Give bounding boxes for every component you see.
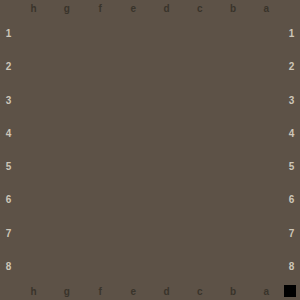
rank-label: 7: [0, 217, 17, 250]
chess-board-frame: h g f e d c b a 1 2 3 4 5 6 7 8 1 2 3 4 …: [0, 0, 300, 300]
file-label: b: [217, 283, 250, 300]
watermark-logo: [284, 285, 296, 297]
rank-labels-left: 1 2 3 4 5 6 7 8: [0, 17, 17, 283]
file-labels-bottom: h g f e d c b a: [17, 283, 283, 300]
file-label: d: [150, 283, 183, 300]
file-label: e: [117, 283, 150, 300]
file-label: b: [217, 0, 250, 17]
rank-label: 5: [0, 150, 17, 183]
file-label: c: [183, 283, 216, 300]
rank-label: 1: [0, 17, 17, 50]
file-label: g: [50, 0, 83, 17]
file-label: h: [17, 0, 50, 17]
rank-label: 6: [0, 183, 17, 216]
rank-label: 6: [283, 183, 300, 216]
rank-label: 8: [283, 250, 300, 283]
file-label: h: [17, 283, 50, 300]
rank-label: 3: [283, 84, 300, 117]
rank-label: 2: [0, 50, 17, 83]
file-label: d: [150, 0, 183, 17]
rank-label: 7: [283, 217, 300, 250]
file-label: a: [250, 0, 283, 17]
file-label: e: [117, 0, 150, 17]
file-label: a: [250, 283, 283, 300]
rank-label: 3: [0, 84, 17, 117]
file-label: f: [84, 283, 117, 300]
rank-labels-right: 1 2 3 4 5 6 7 8: [283, 17, 300, 283]
rank-label: 2: [283, 50, 300, 83]
file-labels-top: h g f e d c b a: [17, 0, 283, 17]
file-label: c: [183, 0, 216, 17]
rank-label: 8: [0, 250, 17, 283]
file-label: g: [50, 283, 83, 300]
rank-label: 4: [283, 117, 300, 150]
rank-label: 5: [283, 150, 300, 183]
board: [17, 17, 283, 283]
rank-label: 1: [283, 17, 300, 50]
file-label: f: [84, 0, 117, 17]
rank-label: 4: [0, 117, 17, 150]
